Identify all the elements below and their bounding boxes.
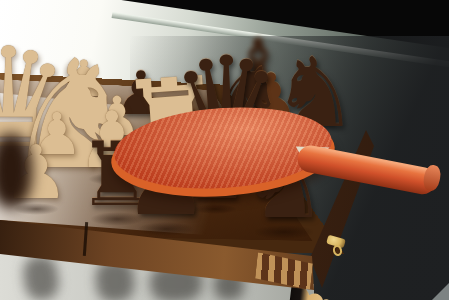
out-of-focus-piece	[0, 134, 32, 208]
chess-photo-scene: ♛♞♟♟♟♟♟♜♟♟♝♛♞♟♞♜♟♟♞♟	[0, 0, 449, 300]
